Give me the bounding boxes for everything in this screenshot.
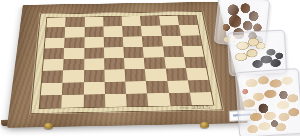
square-e6 xyxy=(123,36,143,47)
board-frame: no 2015 xyxy=(7,2,248,128)
board-inlay-border xyxy=(30,11,223,113)
square-e8 xyxy=(122,16,141,26)
square-c3 xyxy=(84,70,105,82)
square-d5 xyxy=(104,47,124,58)
square-a1 xyxy=(40,95,62,108)
square-d2 xyxy=(104,81,126,94)
square-e2 xyxy=(125,81,147,94)
square-f1 xyxy=(147,93,170,106)
square-f7 xyxy=(141,26,161,36)
square-e1 xyxy=(126,93,148,106)
square-e4 xyxy=(124,58,145,70)
square-g4 xyxy=(164,57,186,69)
square-h7 xyxy=(179,25,200,35)
product-photo-scene: no 2015 xyxy=(0,0,300,136)
square-h3 xyxy=(186,68,209,80)
square-b5 xyxy=(64,48,84,59)
square-h8 xyxy=(177,15,197,25)
square-g2 xyxy=(167,80,190,93)
square-h1 xyxy=(190,92,214,105)
square-b7 xyxy=(65,27,84,38)
square-h2 xyxy=(188,80,211,93)
bag-light-pieces xyxy=(235,68,300,136)
square-f2 xyxy=(146,81,168,94)
square-c5 xyxy=(84,47,104,58)
square-b4 xyxy=(63,59,84,71)
square-f6 xyxy=(142,36,163,47)
board-stamp: no 2015 xyxy=(179,105,211,110)
square-a8 xyxy=(46,17,65,27)
square-c1 xyxy=(83,94,105,107)
square-h5 xyxy=(182,46,204,57)
square-a4 xyxy=(43,59,64,71)
square-a2 xyxy=(41,82,63,95)
square-a7 xyxy=(46,27,66,38)
square-g7 xyxy=(160,25,180,35)
chess-board: no 2015 xyxy=(7,2,248,128)
square-b1 xyxy=(62,94,84,107)
square-d3 xyxy=(104,69,125,81)
square-b8 xyxy=(65,17,84,27)
square-d1 xyxy=(105,94,127,107)
square-c4 xyxy=(84,58,104,70)
brass-clasp-right xyxy=(200,122,209,128)
square-a3 xyxy=(42,71,63,83)
square-e5 xyxy=(123,47,144,58)
square-b2 xyxy=(62,82,83,95)
square-a5 xyxy=(44,48,65,59)
square-f3 xyxy=(145,69,167,81)
square-d8 xyxy=(103,16,122,26)
square-g1 xyxy=(168,92,191,105)
square-e7 xyxy=(122,26,142,36)
square-c6 xyxy=(84,37,104,48)
square-f8 xyxy=(140,16,160,26)
brass-clasp-left xyxy=(44,123,53,129)
square-g6 xyxy=(161,35,182,46)
square-h4 xyxy=(184,57,206,69)
square-h6 xyxy=(180,35,201,46)
square-e3 xyxy=(125,69,146,81)
square-b6 xyxy=(64,37,84,48)
square-d7 xyxy=(103,26,122,37)
square-c2 xyxy=(83,82,104,95)
square-b3 xyxy=(63,70,84,82)
square-a6 xyxy=(45,37,65,48)
square-c8 xyxy=(84,17,103,27)
square-g5 xyxy=(163,46,184,57)
square-d6 xyxy=(104,36,124,47)
square-c7 xyxy=(84,27,103,38)
square-f4 xyxy=(144,57,165,69)
square-g3 xyxy=(165,68,187,80)
square-g8 xyxy=(159,16,179,26)
board-grid xyxy=(39,15,215,109)
square-f5 xyxy=(143,46,164,57)
square-d4 xyxy=(104,58,125,70)
